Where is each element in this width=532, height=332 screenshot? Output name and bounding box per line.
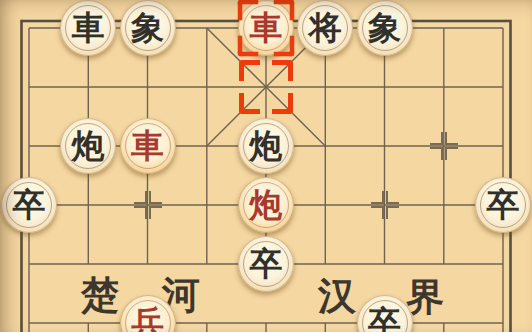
point-marker bbox=[134, 191, 162, 219]
point-marker bbox=[430, 132, 458, 160]
piece-glyph: 象 bbox=[368, 11, 401, 44]
piece-glyph: 卒 bbox=[368, 306, 401, 332]
piece-black-soldier[interactable]: 卒 bbox=[238, 236, 294, 292]
point-marker bbox=[371, 191, 399, 219]
piece-glyph: 車 bbox=[131, 129, 164, 162]
piece-glyph: 象 bbox=[131, 11, 164, 44]
piece-black-general[interactable]: 将 bbox=[297, 0, 353, 56]
piece-glyph: 卒 bbox=[13, 188, 46, 221]
piece-black-elephant[interactable]: 象 bbox=[120, 0, 176, 56]
piece-black-cannon[interactable]: 炮 bbox=[60, 118, 116, 174]
piece-glyph: 兵 bbox=[131, 306, 164, 332]
piece-red-chariot[interactable]: 車 bbox=[120, 118, 176, 174]
piece-glyph: 車 bbox=[72, 11, 105, 44]
move-origin-bracket bbox=[239, 60, 293, 114]
piece-black-soldier[interactable]: 卒 bbox=[475, 177, 531, 233]
river-text: 界 bbox=[406, 272, 444, 323]
piece-glyph: 炮 bbox=[250, 188, 283, 221]
piece-black-elephant[interactable]: 象 bbox=[357, 0, 413, 56]
river-text: 汉 bbox=[318, 271, 356, 322]
piece-red-cannon[interactable]: 炮 bbox=[238, 177, 294, 233]
piece-glyph: 炮 bbox=[250, 129, 283, 162]
river-text: 楚 bbox=[81, 270, 119, 321]
piece-black-cannon[interactable]: 炮 bbox=[238, 118, 294, 174]
piece-glyph: 将 bbox=[309, 11, 342, 44]
piece-glyph: 炮 bbox=[72, 129, 105, 162]
piece-glyph: 卒 bbox=[487, 188, 520, 221]
xiangqi-board[interactable]: 楚河汉界 車象車将象炮車炮炮卒卒卒兵卒 bbox=[0, 0, 532, 332]
piece-glyph: 卒 bbox=[250, 247, 283, 280]
piece-black-chariot[interactable]: 車 bbox=[60, 0, 116, 56]
selected-piece-bracket bbox=[238, 0, 295, 57]
piece-black-soldier[interactable]: 卒 bbox=[1, 177, 57, 233]
